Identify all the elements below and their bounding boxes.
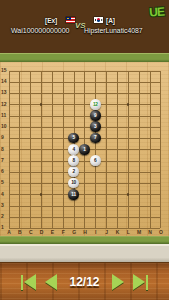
last-move-button[interactable]	[133, 274, 149, 290]
row-label: 10	[1, 124, 7, 129]
stone-black-9: 9	[90, 110, 101, 121]
row-label: 9	[1, 135, 4, 140]
grid-line-horizontal	[9, 183, 161, 184]
board-layer: 151413121110987654321ABCDEFGHIJKLMNO1234…	[0, 0, 169, 300]
next-move-icon	[112, 274, 124, 290]
row-label: 8	[1, 147, 4, 152]
star-point	[127, 103, 130, 106]
row-label: 4	[1, 192, 4, 197]
replay-controls: 12/12	[0, 262, 169, 300]
grid-line-horizontal	[9, 138, 161, 139]
stone-white-4: 4	[68, 144, 79, 155]
col-label: A	[7, 230, 12, 235]
col-label: C	[28, 230, 33, 235]
col-label: F	[61, 230, 66, 235]
row-label: 7	[1, 158, 4, 163]
first-move-icon	[21, 275, 24, 290]
grid-line-horizontal	[9, 116, 161, 117]
grid-line-horizontal	[9, 172, 161, 173]
grid-line-horizontal	[9, 82, 161, 83]
row-label: 14	[1, 79, 7, 84]
grid-line-horizontal	[9, 93, 161, 94]
col-label: J	[104, 230, 109, 235]
grid-line-vertical	[160, 71, 161, 229]
col-label: L	[126, 230, 131, 235]
row-label: 1	[1, 225, 4, 230]
col-label: E	[50, 230, 55, 235]
row-label: 13	[1, 90, 7, 95]
stone-white-2: 2	[68, 166, 79, 177]
row-label: 12	[1, 102, 7, 107]
grid-line-horizontal	[9, 127, 161, 128]
star-point	[127, 193, 130, 196]
grid-line-horizontal	[9, 104, 161, 105]
col-label: N	[148, 230, 153, 235]
row-label: 11	[1, 113, 6, 118]
stone-black-5: 5	[68, 133, 79, 144]
stone-black-3: 3	[90, 121, 101, 132]
move-counter: 12/12	[69, 275, 99, 289]
col-label: M	[137, 230, 142, 235]
stone-white-10: 10	[68, 178, 79, 189]
col-label: G	[72, 230, 77, 235]
grid-line-horizontal	[9, 161, 161, 162]
stone-black-7: 7	[90, 133, 101, 144]
col-label: O	[158, 230, 163, 235]
col-label: K	[115, 230, 120, 235]
previous-move-icon	[45, 274, 57, 290]
grid-line-horizontal	[9, 71, 161, 72]
next-move-button[interactable]	[112, 274, 124, 290]
stone-black-1: 1	[79, 144, 90, 155]
last-move-icon	[133, 274, 145, 290]
row-label: 2	[1, 214, 4, 219]
col-label: D	[39, 230, 44, 235]
grid-line-horizontal	[9, 206, 161, 207]
row-label: 6	[1, 169, 4, 174]
col-label: B	[17, 230, 22, 235]
first-move-button[interactable]	[21, 274, 37, 290]
gomoku-app: UE [Ex] VS [A] Wai100000000000 HipsterLu…	[0, 0, 169, 300]
previous-move-button[interactable]	[45, 274, 57, 290]
stone-white-6: 6	[90, 155, 101, 166]
stone-black-11: 11	[68, 189, 79, 200]
row-label: 3	[1, 203, 4, 208]
stone-white-8: 8	[68, 155, 79, 166]
star-point	[40, 193, 43, 196]
row-label: 15	[1, 68, 7, 73]
star-point	[40, 103, 43, 106]
row-label: 5	[1, 180, 4, 185]
col-label: I	[93, 230, 98, 235]
col-label: H	[82, 230, 87, 235]
grid-line-horizontal	[9, 194, 161, 195]
grid-line-horizontal	[9, 217, 161, 218]
stone-white-12: 12	[90, 99, 101, 110]
